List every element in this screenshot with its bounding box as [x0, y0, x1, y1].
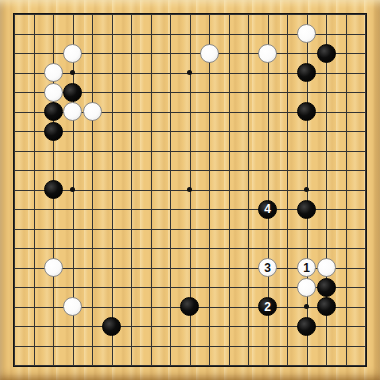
black-stone[interactable]: [180, 297, 199, 316]
grid-line-vertical: [248, 14, 249, 365]
move-number-label: 2: [264, 301, 271, 313]
black-stone[interactable]: [297, 102, 316, 121]
star-point: [304, 187, 309, 192]
black-stone[interactable]: [63, 83, 82, 102]
star-point: [70, 187, 75, 192]
grid-line-vertical: [365, 14, 366, 365]
white-stone[interactable]: [44, 258, 63, 277]
black-stone[interactable]: [317, 278, 336, 297]
black-stone[interactable]: [317, 297, 336, 316]
black-stone-move-4[interactable]: 4: [258, 200, 277, 219]
white-stone[interactable]: [44, 83, 63, 102]
black-stone[interactable]: [317, 44, 336, 63]
white-stone[interactable]: [297, 278, 316, 297]
star-point: [70, 70, 75, 75]
grid-line-vertical: [209, 14, 210, 365]
black-stone[interactable]: [102, 317, 121, 336]
white-stone[interactable]: [63, 297, 82, 316]
star-point: [304, 304, 309, 309]
black-stone[interactable]: [44, 122, 63, 141]
grid-line-horizontal: [14, 248, 365, 249]
white-stone[interactable]: [317, 258, 336, 277]
grid-line-horizontal: [14, 365, 365, 366]
star-point: [187, 187, 192, 192]
black-stone[interactable]: [297, 63, 316, 82]
go-board[interactable]: 3142: [0, 0, 380, 380]
move-number-label: 4: [264, 203, 271, 215]
black-stone-move-2[interactable]: 2: [258, 297, 277, 316]
black-stone[interactable]: [297, 317, 316, 336]
white-stone[interactable]: [44, 63, 63, 82]
white-stone[interactable]: [200, 44, 219, 63]
white-stone[interactable]: [297, 24, 316, 43]
grid-line-vertical: [229, 14, 230, 365]
black-stone[interactable]: [44, 180, 63, 199]
grid-line-horizontal: [14, 229, 365, 230]
grid-line-vertical: [346, 14, 347, 365]
white-stone[interactable]: [258, 44, 277, 63]
white-stone[interactable]: [63, 44, 82, 63]
star-point: [187, 70, 192, 75]
grid-line-horizontal: [14, 346, 365, 347]
black-stone[interactable]: [44, 102, 63, 121]
white-stone-move-1[interactable]: 1: [297, 258, 316, 277]
grid-line-vertical: [287, 14, 288, 365]
move-number-label: 1: [303, 262, 310, 274]
white-stone-move-3[interactable]: 3: [258, 258, 277, 277]
white-stone[interactable]: [63, 102, 82, 121]
white-stone[interactable]: [83, 102, 102, 121]
move-number-label: 3: [264, 262, 271, 274]
black-stone[interactable]: [297, 200, 316, 219]
